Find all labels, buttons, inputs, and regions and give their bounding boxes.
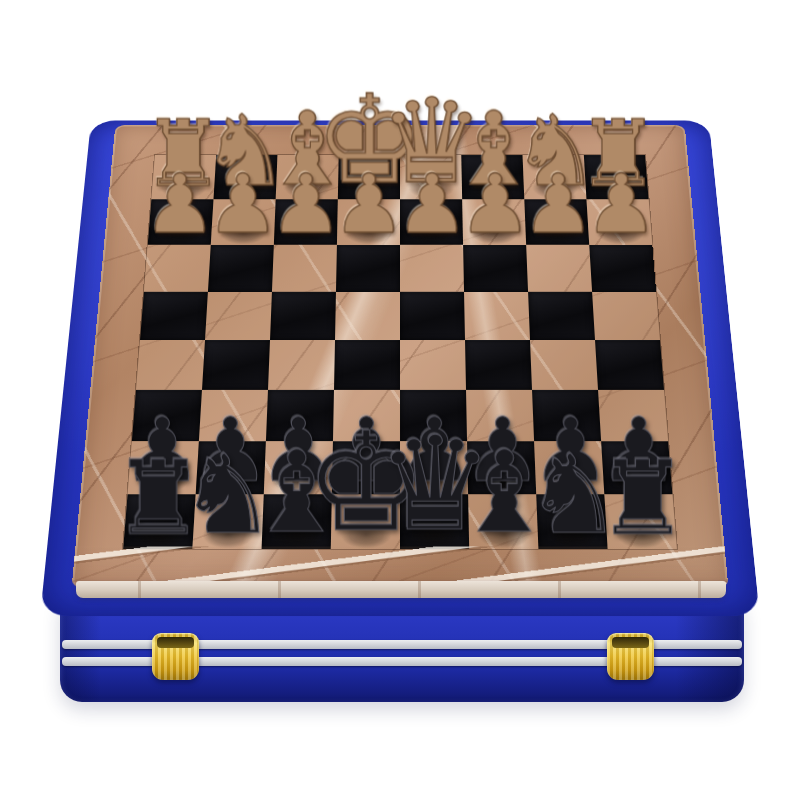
square-h4[interactable]: [140, 292, 208, 340]
square-g3[interactable]: [208, 245, 274, 292]
piece-wP-h2[interactable]: ♟: [143, 166, 216, 243]
piece-bR-a8[interactable]: ♜: [596, 450, 688, 547]
square-d4[interactable]: [400, 292, 465, 340]
piece-wP-f2[interactable]: ♟: [269, 166, 342, 243]
square-d8[interactable]: ♛: [400, 494, 469, 549]
square-b5[interactable]: [530, 340, 598, 390]
square-d3[interactable]: [400, 245, 464, 292]
square-a4[interactable]: [592, 292, 660, 340]
square-e2[interactable]: ♟: [337, 199, 400, 245]
square-f2[interactable]: ♟: [274, 199, 338, 245]
square-g2[interactable]: ♟: [211, 199, 276, 245]
square-c2[interactable]: ♟: [462, 199, 526, 245]
square-f3[interactable]: [272, 245, 337, 292]
piece-bR-h8[interactable]: ♜: [112, 450, 204, 547]
square-a2[interactable]: ♟: [586, 199, 652, 245]
piece-wP-c2[interactable]: ♟: [458, 166, 531, 243]
square-e4[interactable]: [335, 292, 400, 340]
square-d5[interactable]: [400, 340, 466, 390]
board-grid: ♜♞♝♚♛♝♞♜♟♟♟♟♟♟♟♟♟♟♟♟♟♟♟♟♜♞♝♚♛♝♞♜: [123, 155, 677, 549]
square-c4[interactable]: [464, 292, 530, 340]
square-c3[interactable]: [463, 245, 528, 292]
square-g5[interactable]: [202, 340, 270, 390]
piece-wP-a2[interactable]: ♟: [584, 166, 657, 243]
board-front-edge: [76, 581, 726, 598]
product-photo-stage: ♜♞♝♚♛♝♞♜♟♟♟♟♟♟♟♟♟♟♟♟♟♟♟♟♜♞♝♚♛♝♞♜: [0, 0, 800, 800]
square-c5[interactable]: [465, 340, 532, 390]
square-h2[interactable]: ♟: [148, 199, 214, 245]
marble-board-slab: ♜♞♝♚♛♝♞♜♟♟♟♟♟♟♟♟♟♟♟♟♟♟♟♟♜♞♝♚♛♝♞♜: [72, 125, 729, 588]
square-a3[interactable]: [589, 245, 656, 292]
square-b4[interactable]: [528, 292, 595, 340]
square-h5[interactable]: [136, 340, 205, 390]
square-b3[interactable]: [526, 245, 592, 292]
square-b2[interactable]: ♟: [524, 199, 589, 245]
piece-wP-g2[interactable]: ♟: [206, 166, 279, 243]
board-scene: ♜♞♝♚♛♝♞♜♟♟♟♟♟♟♟♟♟♟♟♟♟♟♟♟♜♞♝♚♛♝♞♜: [0, 0, 800, 800]
square-e5[interactable]: [334, 340, 400, 390]
square-a8[interactable]: ♜: [604, 494, 677, 549]
square-e3[interactable]: [336, 245, 400, 292]
square-h3[interactable]: [144, 245, 211, 292]
piece-wP-b2[interactable]: ♟: [521, 166, 594, 243]
piece-bQ-d8[interactable]: ♛: [376, 424, 492, 547]
square-f4[interactable]: [270, 292, 336, 340]
piece-wP-e2[interactable]: ♟: [332, 166, 405, 243]
square-h8[interactable]: ♜: [123, 494, 196, 549]
square-a5[interactable]: [595, 340, 664, 390]
piece-wP-d2[interactable]: ♟: [395, 166, 468, 243]
square-g4[interactable]: [205, 292, 272, 340]
square-f5[interactable]: [268, 340, 335, 390]
square-d2[interactable]: ♟: [400, 199, 463, 245]
